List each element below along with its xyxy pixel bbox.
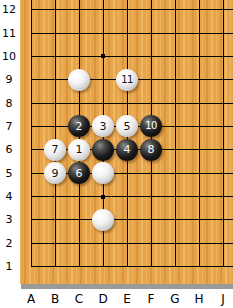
column-coordinate-labels: ABCDEFGHJ	[19, 291, 233, 307]
intersection-D8[interactable]	[91, 91, 115, 114]
stone-black-move-2: 2	[68, 115, 90, 137]
intersection-A12[interactable]	[20, 0, 43, 21]
intersection-D4[interactable]	[91, 185, 115, 208]
stone-white-move-11: 11	[116, 69, 138, 91]
row-label-3: 3	[0, 208, 19, 231]
intersection-B11[interactable]	[43, 21, 67, 44]
intersection-E10[interactable]	[115, 45, 139, 68]
intersection-G12[interactable]	[163, 0, 187, 21]
board-grid: 1123510714896	[20, 0, 233, 278]
intersection-J7[interactable]	[211, 115, 233, 138]
intersection-C4[interactable]	[67, 185, 91, 208]
intersection-D2[interactable]	[91, 232, 115, 255]
intersection-H10[interactable]	[187, 45, 211, 68]
stone-black-move-8: 8	[140, 139, 162, 161]
intersection-B6[interactable]: 7	[43, 138, 67, 161]
intersection-G7[interactable]	[163, 115, 187, 138]
board-drop-shadow	[21, 284, 233, 289]
intersection-E5[interactable]	[115, 162, 139, 185]
column-label-H: H	[187, 291, 211, 307]
intersection-B9[interactable]	[43, 68, 67, 91]
intersection-J5[interactable]	[211, 162, 233, 185]
stone-white-move-5: 5	[116, 115, 138, 137]
intersection-G10[interactable]	[163, 45, 187, 68]
intersection-C6[interactable]: 1	[67, 138, 91, 161]
go-board: 1123510714896	[20, 0, 233, 284]
intersection-A10[interactable]	[20, 45, 43, 68]
row-label-7: 7	[0, 115, 19, 138]
stone-move-number: 6	[76, 168, 83, 179]
intersection-D7[interactable]: 3	[91, 115, 115, 138]
intersection-E2[interactable]	[115, 232, 139, 255]
stone-move-number: 7	[52, 144, 59, 155]
intersection-E8[interactable]	[115, 91, 139, 114]
intersection-B5[interactable]: 9	[43, 162, 67, 185]
row-label-1: 1	[0, 255, 19, 278]
stone-black-move-6: 6	[68, 162, 90, 184]
intersection-B2[interactable]	[43, 232, 67, 255]
intersection-D12[interactable]	[91, 0, 115, 21]
intersection-J9[interactable]	[211, 68, 233, 91]
intersection-F9[interactable]	[139, 68, 163, 91]
stone-white-move-7: 7	[44, 139, 66, 161]
intersection-F11[interactable]	[139, 21, 163, 44]
intersection-G3[interactable]	[163, 208, 187, 231]
column-label-E: E	[115, 291, 139, 307]
intersection-J3[interactable]	[211, 208, 233, 231]
intersection-J8[interactable]	[211, 91, 233, 114]
intersection-G2[interactable]	[163, 232, 187, 255]
go-board-diagram: 121110987654321 1123510714896 ABCDEFGHJ	[0, 0, 233, 308]
intersection-A7[interactable]	[20, 115, 43, 138]
intersection-D6[interactable]	[91, 138, 115, 161]
column-label-B: B	[43, 291, 67, 307]
intersection-D1[interactable]	[91, 255, 115, 278]
stone-black-move-4: 4	[116, 139, 138, 161]
intersection-C1[interactable]	[67, 255, 91, 278]
stone-move-number: 2	[76, 121, 83, 132]
intersection-A1[interactable]	[20, 255, 43, 278]
intersection-A5[interactable]	[20, 162, 43, 185]
column-label-C: C	[67, 291, 91, 307]
intersection-F5[interactable]	[139, 162, 163, 185]
intersection-H7[interactable]	[187, 115, 211, 138]
intersection-H2[interactable]	[187, 232, 211, 255]
row-label-2: 2	[0, 232, 19, 255]
intersection-G6[interactable]	[163, 138, 187, 161]
intersection-C9[interactable]	[67, 68, 91, 91]
column-label-G: G	[163, 291, 187, 307]
intersection-B10[interactable]	[43, 45, 67, 68]
intersection-J6[interactable]	[211, 138, 233, 161]
stone-move-number: 1	[76, 144, 83, 155]
intersection-F2[interactable]	[139, 232, 163, 255]
intersection-G1[interactable]	[163, 255, 187, 278]
row-label-9: 9	[0, 68, 19, 91]
intersection-C10[interactable]	[67, 45, 91, 68]
intersection-E6[interactable]: 4	[115, 138, 139, 161]
intersection-F1[interactable]	[139, 255, 163, 278]
intersection-J12[interactable]	[211, 0, 233, 21]
column-label-D: D	[91, 291, 115, 307]
stone-move-number: 9	[52, 168, 59, 179]
intersection-E11[interactable]	[115, 21, 139, 44]
intersection-G9[interactable]	[163, 68, 187, 91]
intersection-E12[interactable]	[115, 0, 139, 21]
intersection-H11[interactable]	[187, 21, 211, 44]
row-label-10: 10	[0, 45, 19, 68]
intersection-C12[interactable]	[67, 0, 91, 21]
intersection-A2[interactable]	[20, 232, 43, 255]
stone-move-number: 8	[148, 144, 155, 155]
stone-white-setup	[92, 209, 114, 231]
intersection-B8[interactable]	[43, 91, 67, 114]
row-label-6: 6	[0, 138, 19, 161]
stone-move-number: 3	[100, 121, 107, 132]
intersection-B1[interactable]	[43, 255, 67, 278]
intersection-E3[interactable]	[115, 208, 139, 231]
intersection-G5[interactable]	[163, 162, 187, 185]
stone-white-move-1: 1	[68, 139, 90, 161]
row-label-12: 12	[0, 0, 19, 21]
row-coordinate-labels: 121110987654321	[0, 0, 19, 278]
intersection-H4[interactable]	[187, 185, 211, 208]
intersection-B12[interactable]	[43, 0, 67, 21]
intersection-D9[interactable]	[91, 68, 115, 91]
stone-move-number: 10	[145, 121, 157, 131]
column-label-J: J	[211, 291, 233, 307]
intersection-C3[interactable]	[67, 208, 91, 231]
intersection-C8[interactable]	[67, 91, 91, 114]
intersection-H8[interactable]	[187, 91, 211, 114]
intersection-A4[interactable]	[20, 185, 43, 208]
intersection-G11[interactable]	[163, 21, 187, 44]
intersection-F7[interactable]: 10	[139, 115, 163, 138]
stone-white-setup	[92, 162, 114, 184]
stone-white-move-3: 3	[92, 115, 114, 137]
intersection-H6[interactable]	[187, 138, 211, 161]
intersection-D11[interactable]	[91, 21, 115, 44]
intersection-C7[interactable]: 2	[67, 115, 91, 138]
intersection-A11[interactable]	[20, 21, 43, 44]
intersection-H12[interactable]	[187, 0, 211, 21]
intersection-B4[interactable]	[43, 185, 67, 208]
intersection-J10[interactable]	[211, 45, 233, 68]
stone-move-number: 4	[124, 144, 131, 155]
intersection-J4[interactable]	[211, 185, 233, 208]
intersection-G4[interactable]	[163, 185, 187, 208]
intersection-F6[interactable]: 8	[139, 138, 163, 161]
intersection-B7[interactable]	[43, 115, 67, 138]
row-label-5: 5	[0, 162, 19, 185]
intersection-J2[interactable]	[211, 232, 233, 255]
intersection-D3[interactable]	[91, 208, 115, 231]
intersection-E4[interactable]	[115, 185, 139, 208]
intersection-H5[interactable]	[187, 162, 211, 185]
intersection-E1[interactable]	[115, 255, 139, 278]
intersection-E7[interactable]: 5	[115, 115, 139, 138]
intersection-C5[interactable]: 6	[67, 162, 91, 185]
stone-move-number: 11	[121, 75, 133, 85]
row-label-4: 4	[0, 185, 19, 208]
intersection-F8[interactable]	[139, 91, 163, 114]
intersection-D10[interactable]	[91, 45, 115, 68]
intersection-A6[interactable]	[20, 138, 43, 161]
column-label-F: F	[139, 291, 163, 307]
intersection-A8[interactable]	[20, 91, 43, 114]
intersection-H1[interactable]	[187, 255, 211, 278]
row-label-11: 11	[0, 21, 19, 44]
intersection-H3[interactable]	[187, 208, 211, 231]
stone-move-number: 5	[124, 121, 131, 132]
intersection-C11[interactable]	[67, 21, 91, 44]
stone-black-setup	[92, 139, 114, 161]
intersection-E9[interactable]: 11	[115, 68, 139, 91]
intersection-B3[interactable]	[43, 208, 67, 231]
intersection-G8[interactable]	[163, 91, 187, 114]
stone-white-setup	[68, 69, 90, 91]
intersection-F10[interactable]	[139, 45, 163, 68]
stone-black-move-10: 10	[140, 115, 162, 137]
intersection-J11[interactable]	[211, 21, 233, 44]
intersection-F12[interactable]	[139, 0, 163, 21]
intersection-D5[interactable]	[91, 162, 115, 185]
intersection-H9[interactable]	[187, 68, 211, 91]
column-label-A: A	[19, 291, 43, 307]
stone-white-move-9: 9	[44, 162, 66, 184]
intersection-A9[interactable]	[20, 68, 43, 91]
intersection-C2[interactable]	[67, 232, 91, 255]
intersection-J1[interactable]	[211, 255, 233, 278]
intersection-F3[interactable]	[139, 208, 163, 231]
intersection-F4[interactable]	[139, 185, 163, 208]
intersection-A3[interactable]	[20, 208, 43, 231]
row-label-8: 8	[0, 91, 19, 114]
